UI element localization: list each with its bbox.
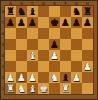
square-e4[interactable]: ♟ xyxy=(49,50,60,61)
black-bishop-piece[interactable]: ♝ xyxy=(61,72,70,83)
square-d8[interactable] xyxy=(38,6,49,17)
square-b7[interactable]: ♟ xyxy=(16,17,27,28)
square-f2[interactable]: ♝ xyxy=(60,72,71,83)
square-f3[interactable] xyxy=(60,61,71,72)
white-pawn-piece[interactable]: ♟ xyxy=(72,72,81,83)
square-a7[interactable]: ♟ xyxy=(5,17,16,28)
square-g1[interactable] xyxy=(71,83,82,94)
black-knight-piece[interactable]: ♞ xyxy=(72,6,81,17)
black-pawn-piece[interactable]: ♟ xyxy=(61,17,70,28)
square-g6[interactable] xyxy=(71,28,82,39)
black-pawn-piece[interactable]: ♟ xyxy=(83,17,92,28)
square-f4[interactable] xyxy=(60,50,71,61)
white-pawn-piece[interactable]: ♟ xyxy=(6,72,15,83)
square-a4[interactable] xyxy=(5,50,16,61)
square-a3[interactable] xyxy=(5,61,16,72)
black-rook-piece[interactable]: ♜ xyxy=(6,6,15,17)
square-d3[interactable] xyxy=(38,61,49,72)
square-d1[interactable]: ♚ xyxy=(38,83,49,94)
square-h1[interactable] xyxy=(82,83,93,94)
square-d7[interactable] xyxy=(38,17,49,28)
square-e3[interactable] xyxy=(49,61,60,72)
square-e6[interactable] xyxy=(49,28,60,39)
square-b1[interactable]: ♞ xyxy=(16,83,27,94)
square-a8[interactable]: ♜ xyxy=(5,6,16,17)
white-pawn-piece[interactable]: ♟ xyxy=(83,61,92,72)
square-h6[interactable] xyxy=(82,28,93,39)
square-f7[interactable]: ♟ xyxy=(60,17,71,28)
square-b8[interactable]: ♞ xyxy=(16,6,27,17)
square-h3[interactable]: ♟ xyxy=(82,61,93,72)
square-b5[interactable] xyxy=(16,39,27,50)
square-g8[interactable]: ♞ xyxy=(71,6,82,17)
square-g2[interactable]: ♟ xyxy=(71,72,82,83)
square-a2[interactable]: ♟ xyxy=(5,72,16,83)
chess-board-frame: ABCDEFGH 87654321 ♜♞♝♞♜♟♟♟♚♟♟♟♟♝♟♟♟♟♟♞♝♟… xyxy=(0,0,98,100)
square-c3[interactable] xyxy=(27,61,38,72)
chess-board: ♜♞♝♞♜♟♟♟♚♟♟♟♟♝♟♟♟♟♟♞♝♟♜♞♝♚♜ xyxy=(5,6,93,94)
square-e1[interactable] xyxy=(49,83,60,94)
square-a5[interactable] xyxy=(5,39,16,50)
square-b4[interactable] xyxy=(16,50,27,61)
square-c6[interactable] xyxy=(27,28,38,39)
square-c2[interactable]: ♟ xyxy=(27,72,38,83)
square-c4[interactable]: ♝ xyxy=(27,50,38,61)
square-e2[interactable]: ♞ xyxy=(49,72,60,83)
square-c8[interactable]: ♝ xyxy=(27,6,38,17)
square-f6[interactable] xyxy=(60,28,71,39)
square-h5[interactable] xyxy=(82,39,93,50)
square-f5[interactable] xyxy=(60,39,71,50)
white-pawn-piece[interactable]: ♟ xyxy=(50,50,59,61)
black-pawn-piece[interactable]: ♟ xyxy=(28,17,37,28)
square-a6[interactable] xyxy=(5,28,16,39)
white-pawn-piece[interactable]: ♟ xyxy=(28,72,37,83)
white-knight-piece[interactable]: ♞ xyxy=(50,72,59,83)
white-bishop-piece[interactable]: ♝ xyxy=(28,50,37,61)
square-f1[interactable]: ♜ xyxy=(60,83,71,94)
white-knight-piece[interactable]: ♞ xyxy=(17,83,26,94)
black-rook-piece[interactable]: ♜ xyxy=(83,6,92,17)
square-c5[interactable] xyxy=(27,39,38,50)
square-f8[interactable] xyxy=(60,6,71,17)
square-g7[interactable]: ♟ xyxy=(71,17,82,28)
square-d5[interactable] xyxy=(38,39,49,50)
square-h7[interactable]: ♟ xyxy=(82,17,93,28)
white-king-piece[interactable]: ♚ xyxy=(39,83,48,94)
square-e8[interactable] xyxy=(49,6,60,17)
square-b3[interactable] xyxy=(16,61,27,72)
square-b6[interactable] xyxy=(16,28,27,39)
square-h4[interactable] xyxy=(82,50,93,61)
square-c7[interactable]: ♟ xyxy=(27,17,38,28)
square-e7[interactable]: ♚ xyxy=(49,17,60,28)
white-bishop-piece[interactable]: ♝ xyxy=(28,83,37,94)
square-g4[interactable] xyxy=(71,50,82,61)
square-h8[interactable]: ♜ xyxy=(82,6,93,17)
black-pawn-piece[interactable]: ♟ xyxy=(6,17,15,28)
square-d2[interactable] xyxy=(38,72,49,83)
square-h2[interactable] xyxy=(82,72,93,83)
black-knight-piece[interactable]: ♞ xyxy=(17,6,26,17)
square-c1[interactable]: ♝ xyxy=(27,83,38,94)
square-d4[interactable] xyxy=(38,50,49,61)
square-a1[interactable]: ♜ xyxy=(5,83,16,94)
white-rook-piece[interactable]: ♜ xyxy=(6,83,15,94)
square-e5[interactable]: ♟ xyxy=(49,39,60,50)
square-b2[interactable]: ♟ xyxy=(16,72,27,83)
square-g3[interactable] xyxy=(71,61,82,72)
black-pawn-piece[interactable]: ♟ xyxy=(17,17,26,28)
square-g5[interactable] xyxy=(71,39,82,50)
black-pawn-piece[interactable]: ♟ xyxy=(72,17,81,28)
black-pawn-piece[interactable]: ♟ xyxy=(50,39,59,50)
square-d6[interactable] xyxy=(38,28,49,39)
black-king-piece[interactable]: ♚ xyxy=(50,17,59,28)
white-rook-piece[interactable]: ♜ xyxy=(61,83,70,94)
black-bishop-piece[interactable]: ♝ xyxy=(28,6,37,17)
white-pawn-piece[interactable]: ♟ xyxy=(17,72,26,83)
